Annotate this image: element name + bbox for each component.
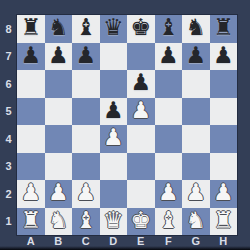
rank-label-8: 8 <box>0 15 17 43</box>
black-pawn-icon: ♟ <box>130 71 151 94</box>
black-pawn-icon: ♟ <box>213 44 234 67</box>
black-pawn-icon: ♟ <box>48 44 69 67</box>
square-f5[interactable] <box>155 98 183 126</box>
square-e6[interactable]: ♟ <box>127 70 155 98</box>
black-rook-icon: ♜ <box>20 16 41 39</box>
rank-label-7: 7 <box>0 43 17 71</box>
white-pawn-icon: ♟ <box>213 181 234 204</box>
square-c8[interactable]: ♝ <box>72 15 100 43</box>
white-rook-icon: ♜ <box>20 209 41 232</box>
square-b7[interactable]: ♟ <box>45 43 73 71</box>
black-pawn-icon: ♟ <box>75 44 96 67</box>
square-b4[interactable] <box>45 125 73 153</box>
square-c1[interactable]: ♝ <box>72 208 100 236</box>
square-b2[interactable]: ♟ <box>45 180 73 208</box>
square-f2[interactable]: ♟ <box>155 180 183 208</box>
white-pawn-icon: ♟ <box>48 181 69 204</box>
square-f4[interactable] <box>155 125 183 153</box>
white-bishop-icon: ♝ <box>75 209 96 232</box>
chess-board: ♜♞♝♛♚♝♞♜♟♟♟♟♟♟♟♟♟♟♟♟♟♟♟♟♜♞♝♛♚♝♞♜ <box>17 15 237 235</box>
rank-label-2: 2 <box>0 180 17 208</box>
square-h4[interactable] <box>210 125 238 153</box>
square-e3[interactable] <box>127 153 155 181</box>
black-knight-icon: ♞ <box>185 16 206 39</box>
square-b1[interactable]: ♞ <box>45 208 73 236</box>
square-h8[interactable]: ♜ <box>210 15 238 43</box>
square-a1[interactable]: ♜ <box>17 208 45 236</box>
square-g4[interactable] <box>182 125 210 153</box>
black-pawn-icon: ♟ <box>185 44 206 67</box>
chess-diagram: 87654321 ♜♞♝♛♚♝♞♜♟♟♟♟♟♟♟♟♟♟♟♟♟♟♟♟♜♞♝♛♚♝♞… <box>0 0 250 250</box>
square-b5[interactable] <box>45 98 73 126</box>
rank-label-5: 5 <box>0 98 17 126</box>
square-c5[interactable] <box>72 98 100 126</box>
square-g8[interactable]: ♞ <box>182 15 210 43</box>
square-f6[interactable] <box>155 70 183 98</box>
square-a6[interactable] <box>17 70 45 98</box>
square-a3[interactable] <box>17 153 45 181</box>
square-e5[interactable]: ♟ <box>127 98 155 126</box>
black-pawn-icon: ♟ <box>20 44 41 67</box>
black-queen-icon: ♛ <box>103 16 124 39</box>
square-g3[interactable] <box>182 153 210 181</box>
square-d5[interactable]: ♟ <box>100 98 128 126</box>
white-pawn-icon: ♟ <box>20 181 41 204</box>
square-b6[interactable] <box>45 70 73 98</box>
square-c6[interactable] <box>72 70 100 98</box>
square-f7[interactable]: ♟ <box>155 43 183 71</box>
white-pawn-icon: ♟ <box>130 99 151 122</box>
black-pawn-icon: ♟ <box>158 44 179 67</box>
square-h1[interactable]: ♜ <box>210 208 238 236</box>
square-a5[interactable] <box>17 98 45 126</box>
square-d2[interactable] <box>100 180 128 208</box>
black-knight-icon: ♞ <box>48 16 69 39</box>
black-king-icon: ♚ <box>130 16 151 39</box>
square-e8[interactable]: ♚ <box>127 15 155 43</box>
square-e4[interactable] <box>127 125 155 153</box>
square-f8[interactable]: ♝ <box>155 15 183 43</box>
white-pawn-icon: ♟ <box>185 181 206 204</box>
square-d8[interactable]: ♛ <box>100 15 128 43</box>
square-d3[interactable] <box>100 153 128 181</box>
square-e2[interactable] <box>127 180 155 208</box>
black-bishop-icon: ♝ <box>75 16 96 39</box>
square-c3[interactable] <box>72 153 100 181</box>
black-rook-icon: ♜ <box>213 16 234 39</box>
white-pawn-icon: ♟ <box>75 181 96 204</box>
square-c4[interactable] <box>72 125 100 153</box>
square-a4[interactable] <box>17 125 45 153</box>
white-king-icon: ♚ <box>130 209 151 232</box>
white-knight-icon: ♞ <box>185 209 206 232</box>
rank-labels: 87654321 <box>0 15 17 235</box>
white-pawn-icon: ♟ <box>103 126 124 149</box>
square-h5[interactable] <box>210 98 238 126</box>
square-f3[interactable] <box>155 153 183 181</box>
square-h3[interactable] <box>210 153 238 181</box>
square-c7[interactable]: ♟ <box>72 43 100 71</box>
square-h6[interactable] <box>210 70 238 98</box>
square-d1[interactable]: ♛ <box>100 208 128 236</box>
square-a7[interactable]: ♟ <box>17 43 45 71</box>
rank-label-6: 6 <box>0 70 17 98</box>
rank-label-1: 1 <box>0 208 17 236</box>
rank-label-4: 4 <box>0 125 17 153</box>
square-d7[interactable] <box>100 43 128 71</box>
square-e7[interactable] <box>127 43 155 71</box>
square-h2[interactable]: ♟ <box>210 180 238 208</box>
square-d4[interactable]: ♟ <box>100 125 128 153</box>
square-a8[interactable]: ♜ <box>17 15 45 43</box>
square-a2[interactable]: ♟ <box>17 180 45 208</box>
black-bishop-icon: ♝ <box>158 16 179 39</box>
square-g5[interactable] <box>182 98 210 126</box>
square-g7[interactable]: ♟ <box>182 43 210 71</box>
square-d6[interactable] <box>100 70 128 98</box>
white-pawn-icon: ♟ <box>158 181 179 204</box>
square-e1[interactable]: ♚ <box>127 208 155 236</box>
white-queen-icon: ♛ <box>103 209 124 232</box>
square-h7[interactable]: ♟ <box>210 43 238 71</box>
square-g2[interactable]: ♟ <box>182 180 210 208</box>
white-bishop-icon: ♝ <box>158 209 179 232</box>
bottom-shadow <box>0 246 250 250</box>
square-g6[interactable] <box>182 70 210 98</box>
square-b8[interactable]: ♞ <box>45 15 73 43</box>
white-rook-icon: ♜ <box>213 209 234 232</box>
square-b3[interactable] <box>45 153 73 181</box>
black-pawn-icon: ♟ <box>103 99 124 122</box>
square-c2[interactable]: ♟ <box>72 180 100 208</box>
rank-label-3: 3 <box>0 153 17 181</box>
white-knight-icon: ♞ <box>48 209 69 232</box>
square-f1[interactable]: ♝ <box>155 208 183 236</box>
square-g1[interactable]: ♞ <box>182 208 210 236</box>
